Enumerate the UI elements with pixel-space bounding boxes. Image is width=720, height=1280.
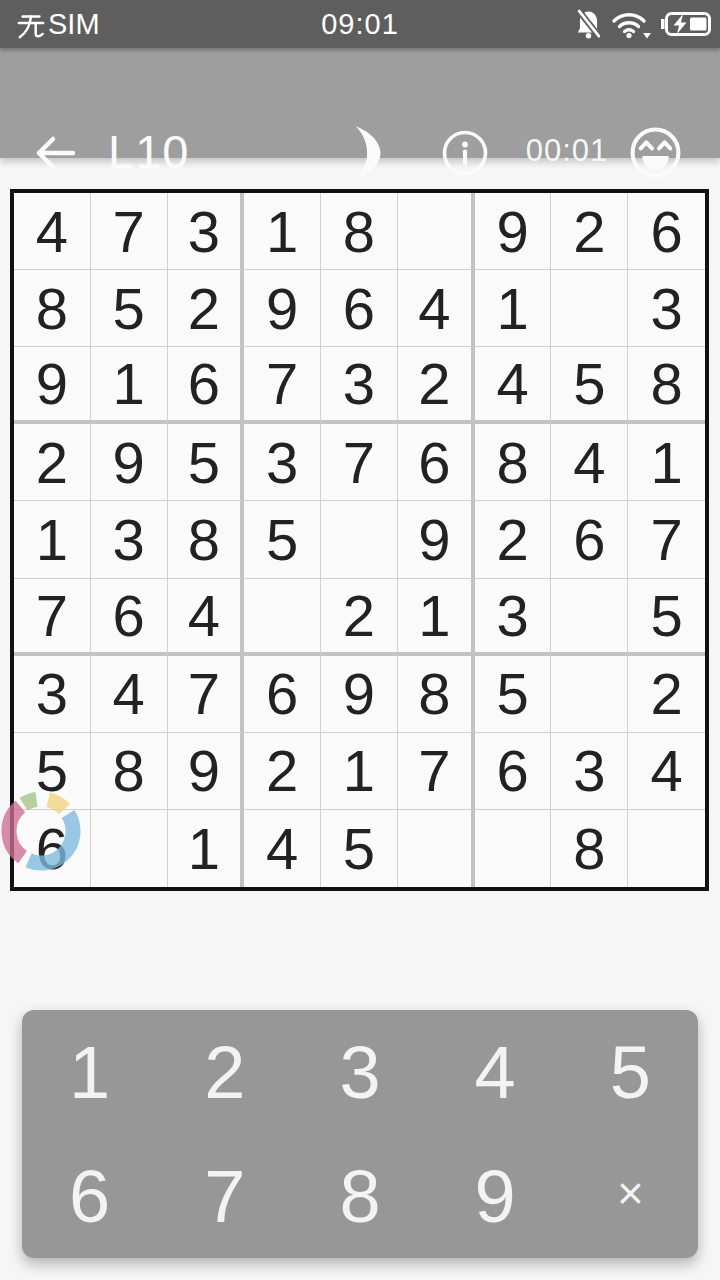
cell-r5c3[interactable]: 8	[168, 501, 245, 578]
cell-r7c8[interactable]	[551, 656, 628, 733]
cell-r4c6[interactable]: 6	[398, 424, 475, 501]
cell-r7c3[interactable]: 7	[168, 656, 245, 733]
cell-r2c6[interactable]: 4	[398, 270, 475, 347]
wifi-icon	[610, 8, 652, 40]
app-bar: L10 00:01	[0, 48, 720, 158]
cell-r8c7[interactable]: 6	[475, 733, 552, 810]
level-title: L10	[108, 96, 189, 206]
cell-r4c2[interactable]: 9	[91, 424, 168, 501]
cell-r4c7[interactable]: 8	[475, 424, 552, 501]
sudoku-app-screen: SIM 09:01	[0, 0, 720, 1280]
cell-r1c4[interactable]: 1	[244, 193, 321, 270]
game-timer: 00:01	[522, 96, 612, 206]
cell-r4c8[interactable]: 4	[551, 424, 628, 501]
cell-r3c2[interactable]: 1	[91, 347, 168, 424]
cell-r6c4[interactable]	[244, 579, 321, 656]
cell-r6c6[interactable]: 1	[398, 579, 475, 656]
cell-r7c7[interactable]: 5	[475, 656, 552, 733]
cell-r3c7[interactable]: 4	[475, 347, 552, 424]
keypad-2-button[interactable]: 2	[157, 1010, 292, 1134]
cell-r5c7[interactable]: 2	[475, 501, 552, 578]
cell-r9c6[interactable]	[398, 810, 475, 887]
moon-icon[interactable]	[344, 124, 384, 182]
cell-r8c3[interactable]: 9	[168, 733, 245, 810]
keypad-7-button[interactable]: 7	[157, 1134, 292, 1258]
cell-r9c9[interactable]	[628, 810, 705, 887]
cell-r3c6[interactable]: 2	[398, 347, 475, 424]
battery-charging-icon	[660, 10, 712, 38]
cell-r8c8[interactable]: 3	[551, 733, 628, 810]
cell-r8c6[interactable]: 7	[398, 733, 475, 810]
muted-bell-icon	[575, 8, 602, 40]
cell-r2c5[interactable]: 6	[321, 270, 398, 347]
cell-r1c1[interactable]: 4	[14, 193, 91, 270]
cell-r2c7[interactable]: 1	[475, 270, 552, 347]
number-keypad: 123456789×	[22, 1010, 698, 1258]
cell-r7c6[interactable]: 8	[398, 656, 475, 733]
cell-r6c9[interactable]: 5	[628, 579, 705, 656]
cell-r9c2[interactable]	[91, 810, 168, 887]
cell-r5c2[interactable]: 3	[91, 501, 168, 578]
cell-r5c1[interactable]: 1	[14, 501, 91, 578]
keypad-5-button[interactable]: 5	[563, 1010, 698, 1134]
cell-r6c8[interactable]	[551, 579, 628, 656]
cell-r2c3[interactable]: 2	[168, 270, 245, 347]
cell-r2c1[interactable]: 8	[14, 270, 91, 347]
sudoku-board: 4731892685296413916732458295376841138592…	[10, 189, 709, 891]
keypad-3-button[interactable]: 3	[292, 1010, 427, 1134]
cell-r7c2[interactable]: 4	[91, 656, 168, 733]
cell-r9c4[interactable]: 4	[244, 810, 321, 887]
cell-r3c1[interactable]: 9	[14, 347, 91, 424]
cell-r8c4[interactable]: 2	[244, 733, 321, 810]
cell-r1c5[interactable]: 8	[321, 193, 398, 270]
cell-r5c9[interactable]: 7	[628, 501, 705, 578]
cell-r9c8[interactable]: 8	[551, 810, 628, 887]
cell-r9c7[interactable]	[475, 810, 552, 887]
cell-r1c9[interactable]: 6	[628, 193, 705, 270]
smiley-button[interactable]	[628, 125, 683, 180]
cell-r2c2[interactable]: 5	[91, 270, 168, 347]
cell-r2c8[interactable]	[551, 270, 628, 347]
cell-r4c9[interactable]: 1	[628, 424, 705, 501]
cell-r3c9[interactable]: 8	[628, 347, 705, 424]
cell-r7c1[interactable]: 3	[14, 656, 91, 733]
cell-r6c5[interactable]: 2	[321, 579, 398, 656]
cell-r6c7[interactable]: 3	[475, 579, 552, 656]
cell-r3c4[interactable]: 7	[244, 347, 321, 424]
cell-r8c5[interactable]: 1	[321, 733, 398, 810]
cell-r8c2[interactable]: 8	[91, 733, 168, 810]
cell-r3c5[interactable]: 3	[321, 347, 398, 424]
cell-r3c8[interactable]: 5	[551, 347, 628, 424]
cell-r4c1[interactable]: 2	[14, 424, 91, 501]
cell-r5c6[interactable]: 9	[398, 501, 475, 578]
cell-r9c5[interactable]: 5	[321, 810, 398, 887]
cell-r4c3[interactable]: 5	[168, 424, 245, 501]
cell-r7c4[interactable]: 6	[244, 656, 321, 733]
cell-r7c5[interactable]: 9	[321, 656, 398, 733]
keypad-4-button[interactable]: 4	[428, 1010, 563, 1134]
cell-r5c5[interactable]	[321, 501, 398, 578]
cell-r5c8[interactable]: 6	[551, 501, 628, 578]
keypad-6-button[interactable]: 6	[22, 1134, 157, 1258]
cell-r1c6[interactable]	[398, 193, 475, 270]
cell-r6c2[interactable]: 6	[91, 579, 168, 656]
status-bar: SIM 09:01	[0, 0, 720, 48]
cell-r9c3[interactable]: 1	[168, 810, 245, 887]
keypad-8-button[interactable]: 8	[292, 1134, 427, 1258]
cell-r7c9[interactable]: 2	[628, 656, 705, 733]
cell-r3c3[interactable]: 6	[168, 347, 245, 424]
cell-r8c9[interactable]: 4	[628, 733, 705, 810]
cell-r2c9[interactable]: 3	[628, 270, 705, 347]
cell-r4c5[interactable]: 7	[321, 424, 398, 501]
keypad-9-button[interactable]: 9	[428, 1134, 563, 1258]
cell-r6c1[interactable]: 7	[14, 579, 91, 656]
back-button[interactable]	[32, 131, 78, 175]
keypad-delete-button[interactable]: ×	[563, 1134, 698, 1258]
cell-r4c4[interactable]: 3	[244, 424, 321, 501]
cell-r2c4[interactable]: 9	[244, 270, 321, 347]
keypad-1-button[interactable]: 1	[22, 1010, 157, 1134]
cell-r6c3[interactable]: 4	[168, 579, 245, 656]
info-button[interactable]	[440, 128, 490, 178]
cell-r5c4[interactable]: 5	[244, 501, 321, 578]
floating-ring-overlay[interactable]	[1, 791, 81, 871]
